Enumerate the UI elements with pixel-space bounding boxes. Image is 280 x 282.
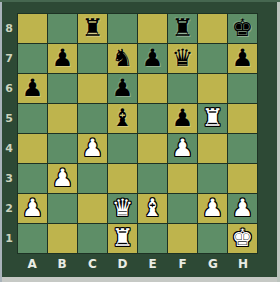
square-g4[interactable] [198, 134, 227, 163]
file-label-F: F [168, 256, 198, 272]
square-e4[interactable] [138, 134, 167, 163]
square-e1[interactable] [138, 224, 167, 253]
black-knight-d7[interactable]: ♞ [108, 44, 137, 73]
square-a6[interactable]: ♟ [18, 74, 47, 103]
square-d1[interactable]: ♜ [108, 224, 137, 253]
square-g3[interactable] [198, 164, 227, 193]
square-f7[interactable]: ♛ [168, 44, 197, 73]
square-d5[interactable]: ♝ [108, 104, 137, 133]
file-label-B: B [47, 256, 77, 272]
square-h4[interactable] [228, 134, 257, 163]
file-label-A: A [17, 256, 47, 272]
chess-app-window: 87654321 ♜♜♚♟♞♟♛♟♟♟♝♟♜♟♟♟♟♛♝♟♟♜♚ ABCDEFG… [0, 0, 280, 282]
square-f3[interactable] [168, 164, 197, 193]
chess-board[interactable]: ♜♜♚♟♞♟♛♟♟♟♝♟♜♟♟♟♟♛♝♟♟♜♚ [17, 13, 258, 254]
white-pawn-b3[interactable]: ♟ [48, 164, 77, 193]
square-g1[interactable] [198, 224, 227, 253]
white-pawn-a2[interactable]: ♟ [18, 194, 47, 223]
square-g2[interactable]: ♟ [198, 194, 227, 223]
square-h8[interactable]: ♚ [228, 14, 257, 43]
square-b5[interactable] [48, 104, 77, 133]
square-f8[interactable]: ♜ [168, 14, 197, 43]
white-pawn-f4[interactable]: ♟ [168, 134, 197, 163]
white-rook-d1[interactable]: ♜ [108, 224, 137, 253]
square-a7[interactable] [18, 44, 47, 73]
square-g8[interactable] [198, 14, 227, 43]
square-c5[interactable] [78, 104, 107, 133]
file-label-G: G [198, 256, 228, 272]
white-pawn-c4[interactable]: ♟ [78, 134, 107, 163]
rank-label-7: 7 [2, 43, 16, 73]
square-a1[interactable] [18, 224, 47, 253]
black-queen-f7[interactable]: ♛ [168, 44, 197, 73]
rank-label-1: 1 [2, 224, 16, 254]
white-pawn-h2[interactable]: ♟ [228, 194, 257, 223]
square-g5[interactable]: ♜ [198, 104, 227, 133]
square-e6[interactable] [138, 74, 167, 103]
square-b4[interactable] [48, 134, 77, 163]
square-e8[interactable] [138, 14, 167, 43]
square-d7[interactable]: ♞ [108, 44, 137, 73]
rank-labels: 87654321 [2, 13, 16, 254]
square-d8[interactable] [108, 14, 137, 43]
square-c4[interactable]: ♟ [78, 134, 107, 163]
square-g7[interactable] [198, 44, 227, 73]
white-bishop-e2[interactable]: ♝ [138, 194, 167, 223]
square-c3[interactable] [78, 164, 107, 193]
square-b2[interactable] [48, 194, 77, 223]
black-rook-c8[interactable]: ♜ [78, 14, 107, 43]
square-h7[interactable]: ♟ [228, 44, 257, 73]
square-f4[interactable]: ♟ [168, 134, 197, 163]
square-a4[interactable] [18, 134, 47, 163]
black-pawn-f5[interactable]: ♟ [168, 104, 197, 133]
square-c6[interactable] [78, 74, 107, 103]
square-a2[interactable]: ♟ [18, 194, 47, 223]
square-b1[interactable] [48, 224, 77, 253]
square-e2[interactable]: ♝ [138, 194, 167, 223]
square-d2[interactable]: ♛ [108, 194, 137, 223]
square-d3[interactable] [108, 164, 137, 193]
square-h6[interactable] [228, 74, 257, 103]
square-e7[interactable]: ♟ [138, 44, 167, 73]
square-b3[interactable]: ♟ [48, 164, 77, 193]
square-e3[interactable] [138, 164, 167, 193]
square-c2[interactable] [78, 194, 107, 223]
rank-label-4: 4 [2, 134, 16, 164]
square-f6[interactable] [168, 74, 197, 103]
white-queen-d2[interactable]: ♛ [108, 194, 137, 223]
rank-label-2: 2 [2, 194, 16, 224]
square-b6[interactable] [48, 74, 77, 103]
square-b7[interactable]: ♟ [48, 44, 77, 73]
white-king-h1[interactable]: ♚ [228, 224, 257, 253]
square-f5[interactable]: ♟ [168, 104, 197, 133]
square-b8[interactable] [48, 14, 77, 43]
white-pawn-g2[interactable]: ♟ [198, 194, 227, 223]
black-pawn-a6[interactable]: ♟ [18, 74, 47, 103]
rank-label-3: 3 [2, 164, 16, 194]
square-g6[interactable] [198, 74, 227, 103]
file-label-D: D [107, 256, 137, 272]
rank-label-5: 5 [2, 103, 16, 133]
square-d6[interactable]: ♟ [108, 74, 137, 103]
black-pawn-e7[interactable]: ♟ [138, 44, 167, 73]
square-h2[interactable]: ♟ [228, 194, 257, 223]
file-label-H: H [228, 256, 258, 272]
white-rook-g5[interactable]: ♜ [198, 104, 227, 133]
square-h3[interactable] [228, 164, 257, 193]
square-e5[interactable] [138, 104, 167, 133]
black-pawn-d6[interactable]: ♟ [108, 74, 137, 103]
square-a3[interactable] [18, 164, 47, 193]
square-h5[interactable] [228, 104, 257, 133]
square-a5[interactable] [18, 104, 47, 133]
square-a8[interactable] [18, 14, 47, 43]
square-d4[interactable] [108, 134, 137, 163]
square-c1[interactable] [78, 224, 107, 253]
rank-label-6: 6 [2, 73, 16, 103]
black-pawn-b7[interactable]: ♟ [48, 44, 77, 73]
square-c7[interactable] [78, 44, 107, 73]
file-label-E: E [138, 256, 168, 272]
black-rook-f8[interactable]: ♜ [168, 14, 197, 43]
square-h1[interactable]: ♚ [228, 224, 257, 253]
file-labels: ABCDEFGH [17, 256, 258, 272]
square-f1[interactable] [168, 224, 197, 253]
black-bishop-d5[interactable]: ♝ [108, 104, 137, 133]
file-label-C: C [77, 256, 107, 272]
black-pawn-h7[interactable]: ♟ [228, 44, 257, 73]
square-f2[interactable] [168, 194, 197, 223]
rank-label-8: 8 [2, 13, 16, 43]
square-c8[interactable]: ♜ [78, 14, 107, 43]
black-king-h8[interactable]: ♚ [228, 14, 257, 43]
